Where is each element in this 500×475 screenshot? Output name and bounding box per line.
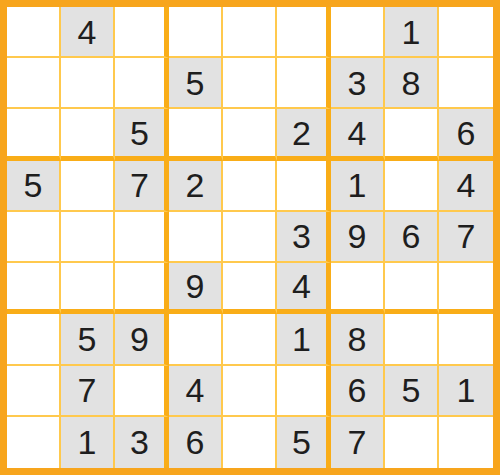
sudoku-cell-r8c7[interactable]: 6	[331, 366, 385, 417]
sudoku-cell-r5c7[interactable]: 9	[331, 212, 385, 263]
sudoku-cell-r3c8[interactable]	[385, 109, 439, 160]
sudoku-cell-r4c4[interactable]: 2	[169, 161, 223, 212]
sudoku-cell-r3c1[interactable]	[7, 109, 61, 160]
sudoku-cell-r6c2[interactable]	[61, 263, 115, 314]
sudoku-cell-r4c8[interactable]	[385, 161, 439, 212]
sudoku-cell-r9c6[interactable]: 5	[277, 417, 331, 468]
sudoku-cell-r7c8[interactable]	[385, 314, 439, 365]
sudoku-cell-r8c5[interactable]	[223, 366, 277, 417]
sudoku-cell-r9c1[interactable]	[7, 417, 61, 468]
sudoku-cell-r8c1[interactable]	[7, 366, 61, 417]
sudoku-cell-r1c5[interactable]	[223, 7, 277, 58]
sudoku-cell-r9c9[interactable]	[439, 417, 493, 468]
sudoku-cell-r6c4[interactable]: 9	[169, 263, 223, 314]
sudoku-cell-r1c2[interactable]: 4	[61, 7, 115, 58]
sudoku-cell-r3c9[interactable]: 6	[439, 109, 493, 160]
sudoku-cell-r3c2[interactable]	[61, 109, 115, 160]
sudoku-cell-r2c6[interactable]	[277, 58, 331, 109]
sudoku-cell-r4c1[interactable]: 5	[7, 161, 61, 212]
sudoku-cell-r4c2[interactable]	[61, 161, 115, 212]
sudoku-cell-r2c7[interactable]: 3	[331, 58, 385, 109]
sudoku-cell-r7c5[interactable]	[223, 314, 277, 365]
sudoku-board-frame: 4153852465721439679459187465113657	[0, 0, 500, 475]
sudoku-cell-r6c7[interactable]	[331, 263, 385, 314]
sudoku-board: 4153852465721439679459187465113657	[7, 7, 493, 468]
sudoku-cell-r6c3[interactable]	[115, 263, 169, 314]
sudoku-cell-r8c2[interactable]: 7	[61, 366, 115, 417]
sudoku-cell-r1c7[interactable]	[331, 7, 385, 58]
sudoku-cell-r1c8[interactable]: 1	[385, 7, 439, 58]
sudoku-cell-r8c3[interactable]	[115, 366, 169, 417]
sudoku-cell-r9c4[interactable]: 6	[169, 417, 223, 468]
sudoku-cell-r6c9[interactable]	[439, 263, 493, 314]
sudoku-cell-r1c1[interactable]	[7, 7, 61, 58]
sudoku-cell-r7c7[interactable]: 8	[331, 314, 385, 365]
sudoku-cell-r5c9[interactable]: 7	[439, 212, 493, 263]
sudoku-cell-r1c3[interactable]	[115, 7, 169, 58]
sudoku-cell-r4c6[interactable]	[277, 161, 331, 212]
sudoku-cell-r7c4[interactable]	[169, 314, 223, 365]
sudoku-cell-r3c3[interactable]: 5	[115, 109, 169, 160]
sudoku-cell-r1c6[interactable]	[277, 7, 331, 58]
sudoku-cell-r5c3[interactable]	[115, 212, 169, 263]
sudoku-cell-r8c8[interactable]: 5	[385, 366, 439, 417]
sudoku-cell-r9c8[interactable]	[385, 417, 439, 468]
sudoku-cell-r1c9[interactable]	[439, 7, 493, 58]
sudoku-cell-r9c2[interactable]: 1	[61, 417, 115, 468]
sudoku-cell-r9c3[interactable]: 3	[115, 417, 169, 468]
sudoku-cell-r3c7[interactable]: 4	[331, 109, 385, 160]
sudoku-cell-r9c7[interactable]: 7	[331, 417, 385, 468]
sudoku-cell-r6c8[interactable]	[385, 263, 439, 314]
sudoku-cell-r5c8[interactable]: 6	[385, 212, 439, 263]
sudoku-cell-r2c8[interactable]: 8	[385, 58, 439, 109]
sudoku-cell-r4c7[interactable]: 1	[331, 161, 385, 212]
sudoku-cell-r7c1[interactable]	[7, 314, 61, 365]
sudoku-cell-r6c1[interactable]	[7, 263, 61, 314]
sudoku-cell-r3c5[interactable]	[223, 109, 277, 160]
sudoku-cell-r8c4[interactable]: 4	[169, 366, 223, 417]
sudoku-cell-r6c6[interactable]: 4	[277, 263, 331, 314]
sudoku-cell-r5c1[interactable]	[7, 212, 61, 263]
sudoku-cell-r2c9[interactable]	[439, 58, 493, 109]
sudoku-cell-r3c4[interactable]	[169, 109, 223, 160]
sudoku-cell-r4c5[interactable]	[223, 161, 277, 212]
sudoku-cell-r5c4[interactable]	[169, 212, 223, 263]
sudoku-cell-r7c9[interactable]	[439, 314, 493, 365]
sudoku-cell-r9c5[interactable]	[223, 417, 277, 468]
sudoku-cell-r3c6[interactable]: 2	[277, 109, 331, 160]
sudoku-cell-r1c4[interactable]	[169, 7, 223, 58]
sudoku-cell-r5c6[interactable]: 3	[277, 212, 331, 263]
sudoku-cell-r7c3[interactable]: 9	[115, 314, 169, 365]
sudoku-cell-r5c5[interactable]	[223, 212, 277, 263]
sudoku-cell-r2c5[interactable]	[223, 58, 277, 109]
sudoku-cell-r8c9[interactable]: 1	[439, 366, 493, 417]
sudoku-cell-r8c6[interactable]	[277, 366, 331, 417]
sudoku-cell-r4c9[interactable]: 4	[439, 161, 493, 212]
sudoku-cell-r2c3[interactable]	[115, 58, 169, 109]
sudoku-cell-r2c4[interactable]: 5	[169, 58, 223, 109]
sudoku-cell-r7c2[interactable]: 5	[61, 314, 115, 365]
sudoku-cell-r6c5[interactable]	[223, 263, 277, 314]
sudoku-cell-r7c6[interactable]: 1	[277, 314, 331, 365]
sudoku-cell-r2c2[interactable]	[61, 58, 115, 109]
sudoku-cell-r2c1[interactable]	[7, 58, 61, 109]
sudoku-cell-r4c3[interactable]: 7	[115, 161, 169, 212]
sudoku-cell-r5c2[interactable]	[61, 212, 115, 263]
